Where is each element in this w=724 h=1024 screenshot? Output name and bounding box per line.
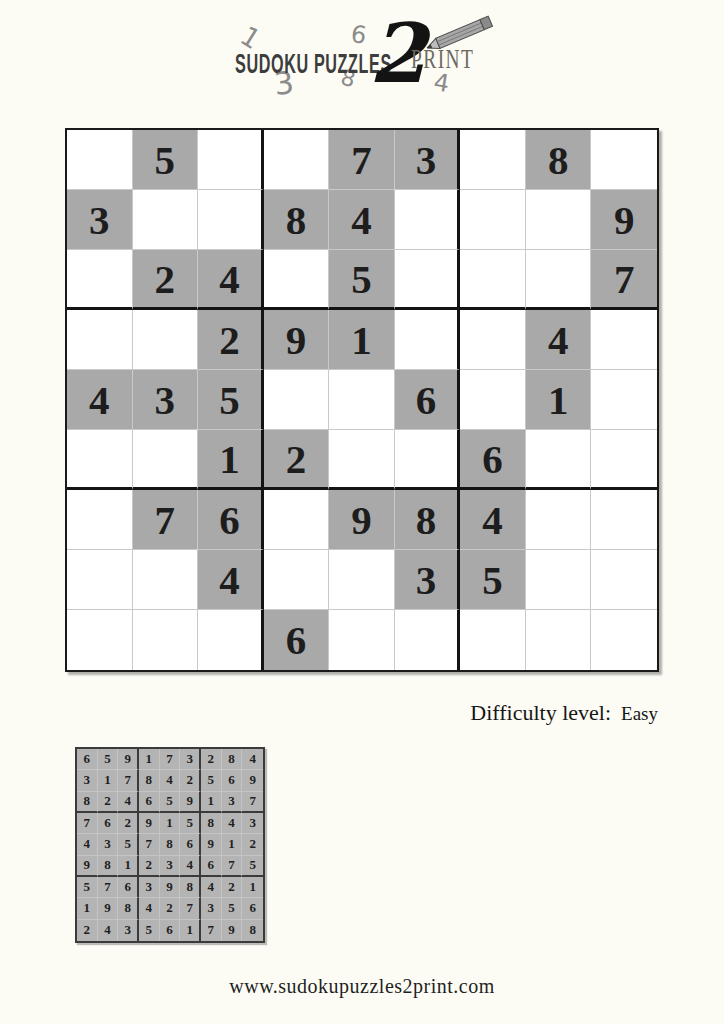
solution-cell-r1c2: 5 bbox=[98, 749, 119, 770]
puzzle-cell-r6c5[interactable] bbox=[329, 430, 395, 490]
puzzle-cell-r4c4: 9 bbox=[264, 310, 330, 370]
puzzle-cell-r3c3: 4 bbox=[198, 250, 264, 310]
puzzle-cell-r2c6[interactable] bbox=[395, 190, 461, 250]
puzzle-cell-r7c6: 8 bbox=[395, 490, 461, 550]
solution-cell-r6c8: 7 bbox=[222, 856, 243, 877]
puzzle-cell-r1c6: 3 bbox=[395, 130, 461, 190]
puzzle-cell-r5c5[interactable] bbox=[329, 370, 395, 430]
solution-cell-r9c3: 3 bbox=[118, 920, 139, 941]
solution-cell-r3c9: 7 bbox=[242, 792, 263, 813]
puzzle-cell-r7c8[interactable] bbox=[526, 490, 592, 550]
solution-cell-r5c4: 7 bbox=[139, 834, 160, 855]
puzzle-cell-r6c4: 2 bbox=[264, 430, 330, 490]
puzzle-cell-r9c5[interactable] bbox=[329, 610, 395, 670]
puzzle-cell-r2c5: 4 bbox=[329, 190, 395, 250]
difficulty-line: Difficulty level:Easy bbox=[470, 700, 658, 726]
solution-cell-r8c8: 5 bbox=[222, 898, 243, 919]
solution-cell-r5c7: 9 bbox=[201, 834, 222, 855]
puzzle-cell-r6c9[interactable] bbox=[591, 430, 657, 490]
puzzle-cell-r1c2: 5 bbox=[133, 130, 199, 190]
solution-cell-r5c9: 2 bbox=[242, 834, 263, 855]
solution-cell-r4c7: 8 bbox=[201, 813, 222, 834]
puzzle-cell-r4c2[interactable] bbox=[133, 310, 199, 370]
solution-cell-r7c5: 9 bbox=[160, 877, 181, 898]
puzzle-cell-r4c9[interactable] bbox=[591, 310, 657, 370]
puzzle-cell-r1c5: 7 bbox=[329, 130, 395, 190]
solution-cell-r9c8: 9 bbox=[222, 920, 243, 941]
puzzle-cell-r9c7[interactable] bbox=[460, 610, 526, 670]
puzzle-cell-r8c7: 5 bbox=[460, 550, 526, 610]
solution-cell-r5c3: 5 bbox=[118, 834, 139, 855]
solution-cell-r6c6: 4 bbox=[180, 856, 201, 877]
solution-cell-r9c1: 2 bbox=[77, 920, 98, 941]
puzzle-cell-r1c4[interactable] bbox=[264, 130, 330, 190]
solution-cell-r8c4: 4 bbox=[139, 898, 160, 919]
puzzle-cell-r1c9[interactable] bbox=[591, 130, 657, 190]
solution-cell-r6c5: 3 bbox=[160, 856, 181, 877]
solution-cell-r8c2: 9 bbox=[98, 898, 119, 919]
solution-cell-r6c7: 6 bbox=[201, 856, 222, 877]
puzzle-cell-r9c3[interactable] bbox=[198, 610, 264, 670]
puzzle-cell-r8c1[interactable] bbox=[67, 550, 133, 610]
solution-cell-r9c4: 5 bbox=[139, 920, 160, 941]
puzzle-cell-r7c1[interactable] bbox=[67, 490, 133, 550]
printable-sudoku-page: 1 3 6 8 4 SUDOKU PUZZLES 2 PRINT 5738384… bbox=[0, 0, 724, 1024]
puzzle-cell-r7c3: 6 bbox=[198, 490, 264, 550]
solution-cell-r7c8: 2 bbox=[222, 877, 243, 898]
solution-cell-r7c3: 6 bbox=[118, 877, 139, 898]
solution-cell-r9c2: 4 bbox=[98, 920, 119, 941]
puzzle-cell-r5c1: 4 bbox=[67, 370, 133, 430]
puzzle-cell-r9c9[interactable] bbox=[591, 610, 657, 670]
solution-cell-r4c4: 9 bbox=[139, 813, 160, 834]
puzzle-cell-r7c2: 7 bbox=[133, 490, 199, 550]
solution-cell-r3c2: 2 bbox=[98, 792, 119, 813]
solution-cell-r5c5: 8 bbox=[160, 834, 181, 855]
puzzle-cell-r3c9: 7 bbox=[591, 250, 657, 310]
solution-cell-r3c6: 9 bbox=[180, 792, 201, 813]
solution-cell-r1c3: 9 bbox=[118, 749, 139, 770]
solution-cell-r6c2: 8 bbox=[98, 856, 119, 877]
solution-cell-r5c1: 4 bbox=[77, 834, 98, 855]
solution-cell-r1c4: 1 bbox=[139, 749, 160, 770]
puzzle-cell-r6c2[interactable] bbox=[133, 430, 199, 490]
puzzle-cell-r2c8[interactable] bbox=[526, 190, 592, 250]
puzzle-cell-r6c6[interactable] bbox=[395, 430, 461, 490]
solution-cell-r7c6: 8 bbox=[180, 877, 201, 898]
puzzle-cell-r1c8: 8 bbox=[526, 130, 592, 190]
puzzle-cell-r5c4[interactable] bbox=[264, 370, 330, 430]
solution-cell-r9c7: 7 bbox=[201, 920, 222, 941]
solution-cell-r3c1: 8 bbox=[77, 792, 98, 813]
solution-cell-r5c6: 6 bbox=[180, 834, 201, 855]
solution-cell-r1c1: 6 bbox=[77, 749, 98, 770]
solution-cell-r5c8: 1 bbox=[222, 834, 243, 855]
solution-cell-r5c2: 3 bbox=[98, 834, 119, 855]
solution-cell-r2c7: 5 bbox=[201, 770, 222, 791]
solution-cell-r2c9: 9 bbox=[242, 770, 263, 791]
puzzle-cell-r8c5[interactable] bbox=[329, 550, 395, 610]
solution-cell-r2c6: 2 bbox=[180, 770, 201, 791]
solution-cell-r4c6: 5 bbox=[180, 813, 201, 834]
solution-cell-r8c1: 1 bbox=[77, 898, 98, 919]
solution-cell-r1c8: 8 bbox=[222, 749, 243, 770]
solution-cell-r4c1: 7 bbox=[77, 813, 98, 834]
puzzle-cell-r8c6: 3 bbox=[395, 550, 461, 610]
puzzle-cell-r8c9[interactable] bbox=[591, 550, 657, 610]
puzzle-cell-r1c3[interactable] bbox=[198, 130, 264, 190]
puzzle-cell-r4c1[interactable] bbox=[67, 310, 133, 370]
puzzle-cell-r4c5: 1 bbox=[329, 310, 395, 370]
solution-cell-r1c6: 3 bbox=[180, 749, 201, 770]
puzzle-cell-r7c9[interactable] bbox=[591, 490, 657, 550]
solution-cell-r8c9: 6 bbox=[242, 898, 263, 919]
solution-cell-r8c7: 3 bbox=[201, 898, 222, 919]
puzzle-cell-r4c6[interactable] bbox=[395, 310, 461, 370]
puzzle-cell-r6c1[interactable] bbox=[67, 430, 133, 490]
puzzle-cell-r7c4[interactable] bbox=[264, 490, 330, 550]
puzzle-cell-r7c7: 4 bbox=[460, 490, 526, 550]
sudoku-solution-grid: 6591732843178425698246591377629158434357… bbox=[75, 747, 265, 943]
puzzle-cell-r2c7[interactable] bbox=[460, 190, 526, 250]
solution-cell-r3c4: 6 bbox=[139, 792, 160, 813]
difficulty-label: Difficulty level: bbox=[470, 700, 611, 725]
solution-cell-r4c9: 3 bbox=[242, 813, 263, 834]
puzzle-cell-r5c7[interactable] bbox=[460, 370, 526, 430]
solution-cell-r4c3: 2 bbox=[118, 813, 139, 834]
puzzle-cell-r5c6: 6 bbox=[395, 370, 461, 430]
site-logo: 1 3 6 8 4 SUDOKU PUZZLES 2 PRINT bbox=[228, 14, 508, 114]
solution-cell-r1c5: 7 bbox=[160, 749, 181, 770]
solution-cell-r2c3: 7 bbox=[118, 770, 139, 791]
puzzle-cell-r6c7: 6 bbox=[460, 430, 526, 490]
puzzle-cell-r7c5: 9 bbox=[329, 490, 395, 550]
solution-cell-r7c7: 4 bbox=[201, 877, 222, 898]
puzzle-cell-r2c4: 8 bbox=[264, 190, 330, 250]
puzzle-cell-r3c4[interactable] bbox=[264, 250, 330, 310]
puzzle-cell-r5c3: 5 bbox=[198, 370, 264, 430]
puzzle-cell-r9c6[interactable] bbox=[395, 610, 461, 670]
puzzle-cell-r1c7[interactable] bbox=[460, 130, 526, 190]
difficulty-value: Easy bbox=[621, 703, 658, 724]
solution-cell-r2c1: 3 bbox=[77, 770, 98, 791]
puzzle-cell-r9c8[interactable] bbox=[526, 610, 592, 670]
solution-cell-r6c4: 2 bbox=[139, 856, 160, 877]
puzzle-cell-r9c4: 6 bbox=[264, 610, 330, 670]
solution-cell-r8c6: 7 bbox=[180, 898, 201, 919]
puzzle-cell-r6c3: 1 bbox=[198, 430, 264, 490]
puzzle-cell-r6c8[interactable] bbox=[526, 430, 592, 490]
puzzle-cell-r8c4[interactable] bbox=[264, 550, 330, 610]
solution-cell-r2c4: 8 bbox=[139, 770, 160, 791]
puzzle-cell-r5c8: 1 bbox=[526, 370, 592, 430]
solution-cell-r3c5: 5 bbox=[160, 792, 181, 813]
puzzle-cell-r8c2[interactable] bbox=[133, 550, 199, 610]
puzzle-cell-r2c9: 9 bbox=[591, 190, 657, 250]
puzzle-cell-r9c1[interactable] bbox=[67, 610, 133, 670]
solution-cell-r3c7: 1 bbox=[201, 792, 222, 813]
solution-cell-r8c5: 2 bbox=[160, 898, 181, 919]
puzzle-cell-r3c8[interactable] bbox=[526, 250, 592, 310]
website-url: www.sudokupuzzles2print.com bbox=[0, 975, 724, 998]
solution-cell-r9c9: 8 bbox=[242, 920, 263, 941]
puzzle-cell-r2c1: 3 bbox=[67, 190, 133, 250]
puzzle-cell-r3c7[interactable] bbox=[460, 250, 526, 310]
solution-cell-r7c2: 7 bbox=[98, 877, 119, 898]
puzzle-cell-r2c3[interactable] bbox=[198, 190, 264, 250]
puzzle-cell-r3c5: 5 bbox=[329, 250, 395, 310]
puzzle-cell-r8c8[interactable] bbox=[526, 550, 592, 610]
puzzle-cell-r4c7[interactable] bbox=[460, 310, 526, 370]
solution-cell-r6c1: 9 bbox=[77, 856, 98, 877]
sudoku-puzzle-grid: 573838492457291443561126769844356 bbox=[65, 128, 659, 672]
puzzle-cell-r3c6[interactable] bbox=[395, 250, 461, 310]
solution-cell-r6c3: 1 bbox=[118, 856, 139, 877]
puzzle-cell-r5c9[interactable] bbox=[591, 370, 657, 430]
solution-cell-r4c2: 6 bbox=[98, 813, 119, 834]
solution-cell-r6c9: 5 bbox=[242, 856, 263, 877]
puzzle-cell-r3c2: 2 bbox=[133, 250, 199, 310]
puzzle-cell-r4c3: 2 bbox=[198, 310, 264, 370]
puzzle-cell-r5c2: 3 bbox=[133, 370, 199, 430]
puzzle-cell-r2c2[interactable] bbox=[133, 190, 199, 250]
puzzle-cell-r3c1[interactable] bbox=[67, 250, 133, 310]
solution-cell-r3c8: 3 bbox=[222, 792, 243, 813]
solution-cell-r7c9: 1 bbox=[242, 877, 263, 898]
logo-scatter-digit-6: 6 bbox=[349, 22, 367, 48]
puzzle-cell-r4c8: 4 bbox=[526, 310, 592, 370]
solution-cell-r2c5: 4 bbox=[160, 770, 181, 791]
solution-cell-r4c5: 1 bbox=[160, 813, 181, 834]
solution-cell-r9c5: 6 bbox=[160, 920, 181, 941]
puzzle-cell-r9c2[interactable] bbox=[133, 610, 199, 670]
puzzle-cell-r1c1[interactable] bbox=[67, 130, 133, 190]
solution-cell-r1c9: 4 bbox=[242, 749, 263, 770]
solution-cell-r8c3: 8 bbox=[118, 898, 139, 919]
puzzle-cell-r8c3: 4 bbox=[198, 550, 264, 610]
solution-cell-r1c7: 2 bbox=[201, 749, 222, 770]
solution-cell-r7c1: 5 bbox=[77, 877, 98, 898]
solution-cell-r2c2: 1 bbox=[98, 770, 119, 791]
solution-cell-r4c8: 4 bbox=[222, 813, 243, 834]
solution-cell-r9c6: 1 bbox=[180, 920, 201, 941]
solution-cell-r7c4: 3 bbox=[139, 877, 160, 898]
solution-cell-r3c3: 4 bbox=[118, 792, 139, 813]
solution-cell-r2c8: 6 bbox=[222, 770, 243, 791]
